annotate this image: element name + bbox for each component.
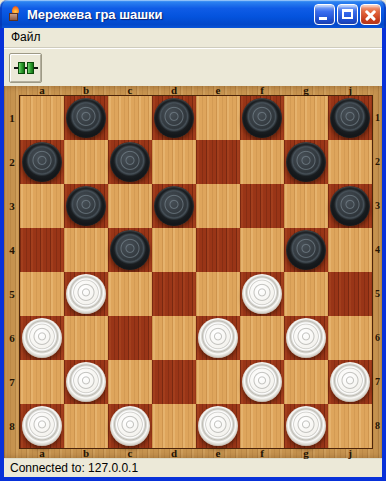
maximize-button[interactable] (337, 4, 358, 25)
square-j6[interactable] (328, 316, 372, 360)
square-g5[interactable] (284, 272, 328, 316)
piece-black-man-j3[interactable] (330, 186, 370, 226)
square-d7[interactable] (152, 360, 196, 404)
window-title: Мережева гра шашки (27, 7, 314, 22)
piece-black-man-b1[interactable] (66, 98, 106, 138)
piece-white-man-c8[interactable] (110, 406, 150, 446)
square-j8[interactable] (328, 404, 372, 448)
piece-black-man-f1[interactable] (242, 98, 282, 138)
board-frame: aabbccddeeffggjj1122334455667788 (4, 86, 382, 458)
square-c5[interactable] (108, 272, 152, 316)
board-grid (19, 95, 373, 449)
square-d4[interactable] (152, 228, 196, 272)
piece-black-man-d3[interactable] (154, 186, 194, 226)
rank-label-right-7: 7 (373, 360, 382, 404)
square-a6[interactable] (20, 316, 64, 360)
square-d8[interactable] (152, 404, 196, 448)
square-b2[interactable] (64, 140, 108, 184)
rank-label-left-5: 5 (5, 272, 19, 316)
piece-white-man-e8[interactable] (198, 406, 238, 446)
app-window: Мережева гра шашки Файл aabbccddeeffggjj… (0, 0, 386, 481)
file-label-top-a: a (20, 85, 64, 95)
square-g8[interactable] (284, 404, 328, 448)
square-c2[interactable] (108, 140, 152, 184)
square-a5[interactable] (20, 272, 64, 316)
square-g1[interactable] (284, 96, 328, 140)
square-b7[interactable] (64, 360, 108, 404)
file-label-bottom-g: g (284, 449, 328, 458)
square-d2[interactable] (152, 140, 196, 184)
menu-item-file[interactable]: Файл (4, 28, 48, 47)
square-b3[interactable] (64, 184, 108, 228)
square-a2[interactable] (20, 140, 64, 184)
square-e3[interactable] (196, 184, 240, 228)
rank-label-left-8: 8 (5, 404, 19, 448)
square-d5[interactable] (152, 272, 196, 316)
file-label-top-c: c (108, 85, 152, 95)
window-client-area: Файл aabbccddeeffggjj1122334455667788 Co… (0, 28, 386, 477)
file-label-bottom-f: f (240, 449, 284, 458)
square-d3[interactable] (152, 184, 196, 228)
piece-black-man-a2[interactable] (22, 142, 62, 182)
square-g2[interactable] (284, 140, 328, 184)
file-label-bottom-c: c (108, 449, 152, 458)
tower-icon (9, 13, 18, 21)
file-label-top-e: e (196, 85, 240, 95)
rank-label-left-6: 6 (5, 316, 19, 360)
piece-white-man-b7[interactable] (66, 362, 106, 402)
piece-white-man-g8[interactable] (286, 406, 326, 446)
rank-label-right-6: 6 (373, 316, 382, 360)
minimize-icon (319, 17, 327, 20)
rank-label-left-1: 1 (5, 96, 19, 140)
rank-label-right-8: 8 (373, 404, 382, 448)
square-a4[interactable] (20, 228, 64, 272)
file-label-bottom-j: j (328, 449, 372, 458)
square-f3[interactable] (240, 184, 284, 228)
square-b1[interactable] (64, 96, 108, 140)
piece-white-man-g6[interactable] (286, 318, 326, 358)
square-f7[interactable] (240, 360, 284, 404)
piece-black-man-j1[interactable] (330, 98, 370, 138)
square-c3[interactable] (108, 184, 152, 228)
square-c1[interactable] (108, 96, 152, 140)
square-f4[interactable] (240, 228, 284, 272)
window-controls (314, 4, 381, 25)
square-e4[interactable] (196, 228, 240, 272)
square-e7[interactable] (196, 360, 240, 404)
square-c6[interactable] (108, 316, 152, 360)
square-b4[interactable] (64, 228, 108, 272)
app-icon (7, 6, 23, 22)
square-f1[interactable] (240, 96, 284, 140)
square-c7[interactable] (108, 360, 152, 404)
square-a3[interactable] (20, 184, 64, 228)
square-f5[interactable] (240, 272, 284, 316)
title-bar[interactable]: Мережева гра шашки (0, 0, 386, 28)
piece-white-man-a8[interactable] (22, 406, 62, 446)
piece-white-man-e6[interactable] (198, 318, 238, 358)
rank-label-right-4: 4 (373, 228, 382, 272)
piece-white-man-f5[interactable] (242, 274, 282, 314)
square-g7[interactable] (284, 360, 328, 404)
piece-white-man-a6[interactable] (22, 318, 62, 358)
rank-label-right-3: 3 (373, 184, 382, 228)
square-e1[interactable] (196, 96, 240, 140)
file-label-top-f: f (240, 85, 284, 95)
square-e2[interactable] (196, 140, 240, 184)
square-b6[interactable] (64, 316, 108, 360)
square-g4[interactable] (284, 228, 328, 272)
file-label-bottom-b: b (64, 449, 108, 458)
square-f6[interactable] (240, 316, 284, 360)
square-j4[interactable] (328, 228, 372, 272)
square-a8[interactable] (20, 404, 64, 448)
square-c4[interactable] (108, 228, 152, 272)
plug-connect-icon (14, 61, 38, 75)
square-f8[interactable] (240, 404, 284, 448)
piece-white-man-f7[interactable] (242, 362, 282, 402)
close-button[interactable] (360, 4, 381, 25)
rank-label-right-5: 5 (373, 272, 382, 316)
rank-label-left-3: 3 (5, 184, 19, 228)
toolbar (4, 48, 382, 86)
piece-black-man-g2[interactable] (286, 142, 326, 182)
connect-button[interactable] (9, 53, 42, 83)
square-j3[interactable] (328, 184, 372, 228)
square-e8[interactable] (196, 404, 240, 448)
square-a1[interactable] (20, 96, 64, 140)
piece-white-man-b5[interactable] (66, 274, 106, 314)
square-j7[interactable] (328, 360, 372, 404)
square-j1[interactable] (328, 96, 372, 140)
rank-label-left-2: 2 (5, 140, 19, 184)
square-e6[interactable] (196, 316, 240, 360)
square-e5[interactable] (196, 272, 240, 316)
menu-bar: Файл (4, 28, 382, 48)
piece-black-man-g4[interactable] (286, 230, 326, 270)
square-b8[interactable] (64, 404, 108, 448)
file-label-top-d: d (152, 85, 196, 95)
square-a7[interactable] (20, 360, 64, 404)
piece-black-man-b3[interactable] (66, 186, 106, 226)
square-d6[interactable] (152, 316, 196, 360)
file-label-top-b: b (64, 85, 108, 95)
piece-black-man-d1[interactable] (154, 98, 194, 138)
rank-label-left-7: 7 (5, 360, 19, 404)
file-label-top-j: j (328, 85, 372, 95)
piece-white-man-j7[interactable] (330, 362, 370, 402)
rank-label-right-1: 1 (373, 96, 382, 140)
square-g6[interactable] (284, 316, 328, 360)
square-j5[interactable] (328, 272, 372, 316)
minimize-button[interactable] (314, 4, 335, 25)
piece-black-man-c2[interactable] (110, 142, 150, 182)
window-bottom-border (0, 477, 386, 481)
square-d1[interactable] (152, 96, 196, 140)
maximize-icon (342, 9, 353, 19)
square-f2[interactable] (240, 140, 284, 184)
file-label-bottom-e: e (196, 449, 240, 458)
status-bar: Connected to: 127.0.0.1 (4, 458, 382, 477)
square-b5[interactable] (64, 272, 108, 316)
square-g3[interactable] (284, 184, 328, 228)
square-c8[interactable] (108, 404, 152, 448)
file-label-bottom-a: a (20, 449, 64, 458)
square-j2[interactable] (328, 140, 372, 184)
rank-label-left-4: 4 (5, 228, 19, 272)
file-label-bottom-d: d (152, 449, 196, 458)
piece-black-man-c4[interactable] (110, 230, 150, 270)
file-label-top-g: g (284, 85, 328, 95)
rank-label-right-2: 2 (373, 140, 382, 184)
status-text: Connected to: 127.0.0.1 (10, 461, 138, 475)
